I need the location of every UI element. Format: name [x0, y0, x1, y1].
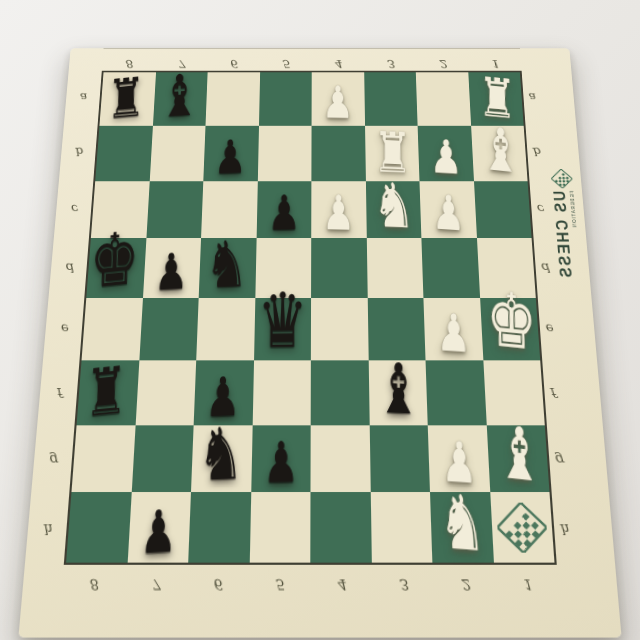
coord-label: 6 — [207, 58, 260, 70]
coord-label: 6 — [186, 576, 249, 593]
square-a3 — [364, 72, 418, 125]
square-a4: ♟ — [312, 72, 365, 125]
coord-label: 4 — [312, 58, 364, 70]
black-pawn-c5: ♟ — [267, 189, 300, 237]
square-g6: ♞ — [191, 425, 252, 492]
square-h4 — [310, 492, 371, 562]
square-d8: ♚ — [86, 238, 146, 298]
coord-label: 4 — [310, 576, 372, 593]
square-b8 — [95, 126, 152, 181]
square-f3: ♝ — [368, 360, 428, 425]
square-b5 — [257, 126, 311, 181]
coord-label: f — [39, 385, 77, 400]
us-chess-crown-logo-h1 — [496, 502, 548, 552]
black-king-d8: ♚ — [89, 222, 139, 300]
coord-label: e — [45, 322, 82, 336]
coord-label: 5 — [248, 576, 310, 593]
coord-label: g — [33, 452, 72, 468]
square-g1: ♝ — [486, 425, 549, 492]
square-a6 — [206, 72, 260, 125]
coord-label: b — [61, 145, 96, 158]
coord-label: 7 — [124, 576, 187, 593]
square-e6 — [196, 298, 255, 360]
coord-label: b — [527, 145, 579, 158]
coord-label: 1 — [496, 576, 559, 593]
square-h2: ♞ — [430, 492, 493, 562]
square-e7 — [139, 298, 199, 360]
white-knight-c3: ♞ — [372, 175, 415, 238]
black-bishop-a7: ♝ — [158, 66, 199, 126]
coord-label: a — [523, 91, 574, 103]
square-g7 — [131, 425, 193, 492]
coord-label: 8 — [62, 576, 125, 593]
square-f7 — [135, 360, 196, 425]
coord-label: e — [539, 322, 594, 336]
square-h5 — [249, 492, 310, 562]
us-chess-crown-icon — [551, 169, 574, 188]
white-pawn-c4: ♟ — [322, 189, 355, 237]
square-d7: ♟ — [142, 238, 201, 298]
square-a8: ♜ — [99, 72, 155, 125]
black-pawn-b6: ♟ — [214, 133, 247, 180]
white-bishop-g1: ♝ — [496, 417, 543, 494]
black-queen-e5: ♛ — [257, 283, 308, 360]
square-a5 — [259, 72, 312, 125]
square-c2: ♟ — [419, 181, 476, 238]
square-c5: ♟ — [256, 181, 311, 238]
square-a7: ♝ — [152, 72, 207, 125]
square-e8 — [82, 298, 143, 360]
black-rook-a8: ♜ — [107, 69, 146, 126]
square-b2: ♟ — [418, 126, 474, 181]
black-bishop-f3: ♝ — [376, 353, 422, 424]
square-h7: ♟ — [127, 492, 191, 562]
coord-label: 3 — [364, 58, 417, 70]
rank-labels-bottom: 87654321 — [58, 565, 562, 638]
square-e1: ♚ — [480, 298, 541, 360]
square-e5: ♛ — [254, 298, 312, 360]
square-d6: ♞ — [199, 238, 256, 298]
white-pawn-a4: ♟ — [322, 80, 354, 125]
coord-label: h — [27, 521, 67, 537]
square-d2 — [421, 238, 479, 298]
square-c4: ♟ — [311, 181, 366, 238]
square-c7 — [146, 181, 203, 238]
square-g5: ♟ — [251, 425, 311, 492]
square-d4 — [311, 238, 367, 298]
square-g4 — [310, 425, 370, 492]
coord-label: 2 — [434, 576, 497, 593]
coord-label: h — [554, 521, 613, 537]
white-pawn-c2: ♟ — [432, 188, 465, 238]
white-pawn-b2: ♟ — [430, 133, 463, 181]
square-h3 — [370, 492, 432, 562]
black-knight-g6: ♞ — [198, 418, 245, 492]
square-a2 — [416, 72, 471, 125]
square-h6 — [188, 492, 251, 562]
black-pawn-d7: ♟ — [154, 246, 188, 298]
square-d3 — [366, 238, 423, 298]
white-king-e1: ♚ — [486, 281, 537, 362]
square-e4 — [311, 298, 368, 360]
vinyl-chess-mat: 87654321 abcdefgh ♜♝♟♜♟♜♟♝♟♟♞♟♚♟♞♛♟♚♜♟♝♞… — [18, 48, 621, 637]
white-knight-h2: ♞ — [439, 484, 487, 563]
coord-label: a — [66, 91, 100, 103]
white-pawn-e2: ♟ — [437, 306, 472, 360]
square-b7 — [149, 126, 205, 181]
coord-label: d — [51, 261, 88, 275]
board-perspective-wrap: 87654321 abcdefgh ♜♝♟♜♟♜♟♝♟♟♞♟♚♟♞♛♟♚♜♟♝♞… — [18, 48, 621, 637]
coord-label: 5 — [259, 58, 311, 70]
square-e2: ♟ — [423, 298, 482, 360]
square-b4 — [311, 126, 365, 181]
square-g8 — [71, 425, 135, 492]
square-c3: ♞ — [365, 181, 421, 238]
black-knight-d6: ♞ — [205, 232, 249, 298]
black-rook-f8: ♜ — [84, 357, 127, 426]
black-pawn-h7: ♟ — [139, 501, 176, 562]
square-g3 — [369, 425, 430, 492]
coord-label: c — [56, 202, 92, 215]
square-h8 — [66, 492, 131, 562]
coord-label: 3 — [372, 576, 434, 593]
white-bishop-b1: ♝ — [479, 119, 521, 182]
coord-label: 2 — [416, 58, 469, 70]
square-f5 — [252, 360, 311, 425]
coord-label: g — [549, 452, 607, 468]
chess-board: ♜♝♟♜♟♜♟♝♟♟♞♟♚♟♞♛♟♚♜♟♝♞♟♟♝♟♞ — [64, 71, 557, 565]
square-b6: ♟ — [203, 126, 258, 181]
coord-label: f — [544, 385, 601, 400]
black-pawn-g5: ♟ — [263, 435, 299, 492]
table-surface: 87654321 abcdefgh ♜♝♟♜♟♜♟♝♟♟♞♟♚♟♞♛♟♚♜♟♝♞… — [0, 0, 640, 640]
square-f4 — [311, 360, 370, 425]
square-f8: ♜ — [77, 360, 139, 425]
square-h1 — [490, 492, 555, 562]
square-c1 — [474, 181, 532, 238]
square-b1: ♝ — [471, 126, 528, 181]
square-f2 — [426, 360, 487, 425]
